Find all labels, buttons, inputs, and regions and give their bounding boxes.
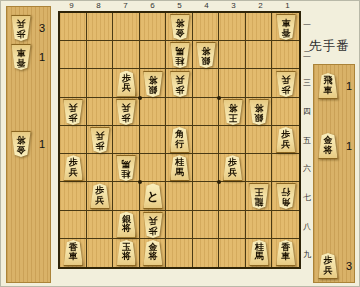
- piece-kanji: 香: [17, 58, 26, 68]
- piece-kanji: 将: [148, 252, 157, 262]
- piece-kanji: 龍: [255, 197, 264, 207]
- square-59[interactable]: [166, 239, 193, 267]
- rank-label-4: 四: [302, 97, 312, 126]
- square-92[interactable]: [60, 41, 87, 69]
- piece-gote-gold[interactable]: 金将: [11, 131, 31, 157]
- square-38[interactable]: [219, 211, 246, 239]
- square-39[interactable]: [219, 239, 246, 267]
- piece-sente-pawn[interactable]: 歩兵: [63, 155, 83, 181]
- piece-kanji: 馬: [255, 252, 264, 262]
- piece-kanji: 歩: [122, 112, 131, 122]
- piece-gote-bishop[interactable]: 角行: [276, 183, 296, 209]
- turn-indicator: 先手番: [309, 38, 359, 55]
- piece-kanji: 兵: [324, 266, 333, 276]
- piece-kanji: 将: [324, 146, 333, 156]
- piece-kanji: 兵: [69, 168, 78, 178]
- file-label-7: 7: [112, 1, 139, 10]
- piece-kanji: 兵: [122, 83, 131, 93]
- square-98[interactable]: [60, 211, 87, 239]
- piece-kanji: 兵: [228, 168, 237, 178]
- piece-kanji: 車: [69, 252, 78, 262]
- piece-kanji: 歩: [69, 112, 78, 122]
- square-32[interactable]: [219, 41, 246, 69]
- sente-hand-stand: 飛車1金将1歩兵3: [313, 64, 355, 283]
- piece-sente-lance[interactable]: 香車: [63, 240, 83, 266]
- piece-kanji: 車: [281, 252, 290, 262]
- piece-kanji: 馬: [175, 46, 184, 56]
- square-33[interactable]: [219, 69, 246, 97]
- square-82[interactable]: [87, 41, 114, 69]
- piece-kanji: 行: [281, 187, 290, 197]
- piece-gote-pawn[interactable]: 歩兵: [11, 15, 31, 41]
- file-label-8: 8: [85, 1, 112, 10]
- piece-kanji: 兵: [95, 131, 104, 141]
- piece-sente-knight[interactable]: 桂馬: [170, 155, 190, 181]
- square-57[interactable]: [166, 182, 193, 210]
- piece-sente-knight[interactable]: 桂馬: [249, 240, 269, 266]
- square-14[interactable]: [272, 98, 299, 126]
- piece-kanji: 桂: [122, 169, 131, 179]
- file-label-2: 2: [247, 1, 274, 10]
- piece-kanji: 兵: [281, 75, 290, 85]
- gote-hand-pawn[interactable]: 歩兵3: [11, 15, 45, 41]
- square-26[interactable]: [246, 154, 273, 182]
- piece-sente-pawn[interactable]: 歩兵: [223, 155, 243, 181]
- square-37[interactable]: [219, 182, 246, 210]
- piece-kanji: 車: [17, 48, 26, 58]
- file-label-1: 1: [274, 1, 301, 10]
- gote-hand-gold-count: 1: [39, 138, 45, 150]
- piece-sente-silver[interactable]: 銀将: [116, 212, 136, 238]
- gote-hand-lance[interactable]: 香車1: [11, 44, 45, 70]
- piece-sente-tokin[interactable]: と: [143, 183, 163, 209]
- piece-kanji: 将: [228, 103, 237, 113]
- piece-kanji: 行: [175, 140, 184, 150]
- piece-sente-pawn[interactable]: 歩兵: [318, 253, 338, 279]
- sente-hand-pawn[interactable]: 歩兵3: [318, 253, 352, 279]
- piece-kanji: 将: [17, 135, 26, 145]
- piece-kanji: 車: [281, 18, 290, 28]
- square-83[interactable]: [87, 69, 114, 97]
- piece-gote-pawn[interactable]: 歩兵: [116, 99, 136, 125]
- piece-kanji: と: [147, 186, 159, 206]
- square-46[interactable]: [193, 154, 220, 182]
- piece-kanji: 兵: [122, 103, 131, 113]
- square-54[interactable]: [166, 98, 193, 126]
- shogi-board: 金将香車桂馬銀将歩兵銀将歩兵歩兵歩兵歩兵王将銀将歩兵角行歩兵歩兵桂馬桂馬歩兵歩兵…: [58, 11, 301, 269]
- piece-sente-pawn[interactable]: 歩兵: [90, 183, 110, 209]
- square-58[interactable]: [166, 211, 193, 239]
- piece-kanji: 王: [255, 187, 264, 197]
- piece-kanji: 歩: [148, 225, 157, 235]
- piece-gote-silver[interactable]: 銀将: [143, 71, 163, 97]
- file-label-3: 3: [220, 1, 247, 10]
- rank-label-9: 九: [302, 240, 312, 269]
- piece-kanji: 香: [281, 28, 290, 38]
- sente-hand-rook[interactable]: 飛車1: [318, 73, 352, 99]
- piece-sente-gold[interactable]: 金将: [143, 240, 163, 266]
- square-81[interactable]: [87, 13, 114, 41]
- piece-kanji: 兵: [95, 196, 104, 206]
- square-91[interactable]: [60, 13, 87, 41]
- piece-kanji: 金: [17, 145, 26, 155]
- piece-gote-gold[interactable]: 金将: [170, 14, 190, 40]
- piece-gote-knight[interactable]: 桂馬: [170, 42, 190, 68]
- square-28[interactable]: [246, 211, 273, 239]
- square-95[interactable]: [60, 126, 87, 154]
- square-72[interactable]: [113, 41, 140, 69]
- piece-kanji: 車: [324, 86, 333, 96]
- piece-kanji: 将: [175, 18, 184, 28]
- piece-kanji: 歩: [175, 84, 184, 94]
- square-75[interactable]: [113, 126, 140, 154]
- square-65[interactable]: [140, 126, 167, 154]
- square-93[interactable]: [60, 69, 87, 97]
- piece-kanji: 将: [122, 252, 131, 262]
- file-label-9: 9: [58, 1, 85, 10]
- square-66[interactable]: [140, 154, 167, 182]
- piece-kanji: 金: [175, 28, 184, 38]
- sente-hand-pawn-count: 3: [346, 260, 352, 272]
- piece-kanji: 銀: [148, 84, 157, 94]
- gote-hand-gold[interactable]: 金将1: [11, 131, 45, 157]
- piece-kanji: 歩: [95, 141, 104, 151]
- piece-gote-pawn[interactable]: 歩兵: [143, 212, 163, 238]
- rank-label-5: 五: [302, 126, 312, 155]
- square-49[interactable]: [193, 239, 220, 267]
- square-62[interactable]: [140, 41, 167, 69]
- piece-kanji: 歩: [281, 84, 290, 94]
- rank-label-1: 一: [302, 11, 312, 40]
- square-12[interactable]: [272, 41, 299, 69]
- square-23[interactable]: [246, 69, 273, 97]
- piece-sente-gold[interactable]: 金将: [318, 133, 338, 159]
- rank-label-6: 六: [302, 154, 312, 183]
- square-89[interactable]: [87, 239, 114, 267]
- square-21[interactable]: [246, 13, 273, 41]
- square-47[interactable]: [193, 182, 220, 210]
- piece-kanji: 銀: [202, 56, 211, 66]
- file-label-4: 4: [193, 1, 220, 10]
- square-64[interactable]: [140, 98, 167, 126]
- piece-kanji: 兵: [175, 75, 184, 85]
- square-84[interactable]: [87, 98, 114, 126]
- piece-kanji: 兵: [281, 140, 290, 150]
- piece-kanji: 角: [281, 197, 290, 207]
- piece-kanji: 将: [148, 75, 157, 85]
- square-48[interactable]: [193, 211, 220, 239]
- piece-kanji: 将: [255, 103, 264, 113]
- piece-kanji: 王: [228, 112, 237, 122]
- square-22[interactable]: [246, 41, 273, 69]
- rank-label-7: 七: [302, 183, 312, 212]
- square-43[interactable]: [193, 69, 220, 97]
- square-45[interactable]: [193, 126, 220, 154]
- piece-sente-lance[interactable]: 香車: [276, 240, 296, 266]
- shogi-diagram: 987654321 一二三四五六七八九 歩兵3香車1金将1 金将香車桂馬銀将歩兵…: [0, 0, 360, 287]
- piece-gote-pawn[interactable]: 歩兵: [63, 99, 83, 125]
- rank-label-8: 八: [302, 212, 312, 241]
- piece-sente-bishop[interactable]: 角行: [170, 127, 190, 153]
- piece-kanji: 銀: [255, 112, 264, 122]
- piece-gote-lance[interactable]: 香車: [276, 14, 296, 40]
- gote-hand-lance-count: 1: [39, 51, 45, 63]
- square-16[interactable]: [272, 154, 299, 182]
- square-41[interactable]: [193, 13, 220, 41]
- file-labels: 987654321: [58, 1, 301, 10]
- piece-kanji: 桂: [175, 56, 184, 66]
- piece-sente-pawn[interactable]: 歩兵: [116, 71, 136, 97]
- piece-sente-rook[interactable]: 飛車: [318, 73, 338, 99]
- rank-label-3: 三: [302, 68, 312, 97]
- gote-hand-stand: 歩兵3香車1金将1: [6, 6, 51, 283]
- piece-kanji: 将: [122, 224, 131, 234]
- square-44[interactable]: [193, 98, 220, 126]
- square-97[interactable]: [60, 182, 87, 210]
- square-88[interactable]: [87, 211, 114, 239]
- square-35[interactable]: [219, 126, 246, 154]
- square-77[interactable]: [113, 182, 140, 210]
- sente-hand-gold-count: 1: [346, 140, 352, 152]
- piece-gote-pawn[interactable]: 歩兵: [90, 127, 110, 153]
- piece-gote-lance[interactable]: 香車: [11, 44, 31, 70]
- square-25[interactable]: [246, 126, 273, 154]
- file-label-5: 5: [166, 1, 193, 10]
- sente-hand-gold[interactable]: 金将1: [318, 133, 352, 159]
- sente-hand-rook-count: 1: [346, 80, 352, 92]
- piece-sente-pawn[interactable]: 歩兵: [276, 127, 296, 153]
- piece-gote-king[interactable]: 王将: [223, 99, 243, 125]
- file-label-6: 6: [139, 1, 166, 10]
- square-31[interactable]: [219, 13, 246, 41]
- piece-kanji: 将: [202, 46, 211, 56]
- piece-gote-pawn[interactable]: 歩兵: [276, 71, 296, 97]
- square-86[interactable]: [87, 154, 114, 182]
- piece-kanji: 兵: [17, 19, 26, 29]
- square-18[interactable]: [272, 211, 299, 239]
- gote-hand-pawn-count: 3: [39, 22, 45, 34]
- piece-gote-silver[interactable]: 銀将: [196, 42, 216, 68]
- square-71[interactable]: [113, 13, 140, 41]
- piece-kanji: 馬: [122, 159, 131, 169]
- piece-gote-dragon[interactable]: 龍王: [249, 183, 269, 209]
- piece-sente-king[interactable]: 玉将: [116, 240, 136, 266]
- piece-kanji: 兵: [69, 103, 78, 113]
- piece-kanji: 歩: [17, 29, 26, 39]
- piece-kanji: 兵: [148, 216, 157, 226]
- piece-kanji: 馬: [175, 168, 184, 178]
- piece-gote-silver[interactable]: 銀将: [249, 99, 269, 125]
- piece-gote-knight[interactable]: 桂馬: [116, 155, 136, 181]
- piece-gote-pawn[interactable]: 歩兵: [170, 71, 190, 97]
- square-61[interactable]: [140, 13, 167, 41]
